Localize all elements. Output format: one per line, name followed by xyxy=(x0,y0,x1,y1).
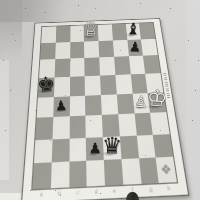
pieces-layer: ♕♝♟♚♟♙♔♟♛ xyxy=(0,0,200,200)
black-pawn-glyph: ♟ xyxy=(88,141,101,156)
white-king-glyph: ♔ xyxy=(146,86,168,110)
white-queen-glyph: ♕ xyxy=(83,21,99,39)
black-king-glyph: ♚ xyxy=(36,73,56,95)
white-pawn-glyph: ♙ xyxy=(134,94,148,110)
black-pawn-glyph: ♟ xyxy=(129,40,142,54)
black-bishop-glyph: ♝ xyxy=(126,21,141,37)
black-queen-glyph: ♛ xyxy=(102,134,123,157)
black-pawn-glyph: ♟ xyxy=(55,99,68,113)
